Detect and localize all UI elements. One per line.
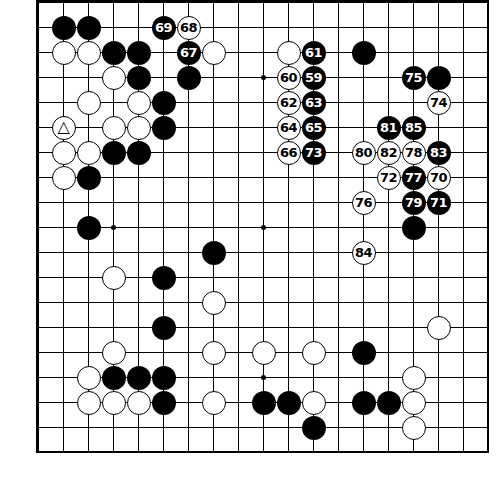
black-stone: [102, 41, 126, 65]
white-stone: [277, 41, 301, 65]
black-stone: [402, 216, 426, 240]
black-stone-move-83: 83: [427, 141, 451, 165]
white-stone: [127, 391, 151, 415]
white-stone-move-70: 70: [427, 166, 451, 190]
black-stone: [202, 241, 226, 265]
star-point: [261, 75, 266, 80]
black-stone-move-67: 67: [177, 41, 201, 65]
white-stone-move-82: 82: [377, 141, 401, 165]
black-stone: [152, 266, 176, 290]
white-stone: [102, 266, 126, 290]
white-stone: [127, 91, 151, 115]
white-stone: [77, 91, 101, 115]
black-stone: [102, 141, 126, 165]
white-stone-move-78: 78: [402, 141, 426, 165]
black-stone-move-59: 59: [302, 66, 326, 90]
white-stone: [102, 116, 126, 140]
white-stone: [77, 41, 101, 65]
white-stone: [202, 291, 226, 315]
white-stone: [77, 366, 101, 390]
white-stone: [127, 116, 151, 140]
white-stone: [302, 391, 326, 415]
black-stone: [52, 16, 76, 40]
go-board: 69686761605975626374△6465818566738082788…: [26, 0, 496, 465]
star-point: [111, 225, 116, 230]
black-stone: [377, 391, 401, 415]
black-stone: [127, 66, 151, 90]
black-stone-move-81: 81: [377, 116, 401, 140]
black-stone: [427, 66, 451, 90]
white-stone: [202, 41, 226, 65]
black-stone: [127, 366, 151, 390]
white-stone: [52, 41, 76, 65]
black-stone-move-71: 71: [427, 191, 451, 215]
black-stone: [152, 116, 176, 140]
white-stone: [402, 391, 426, 415]
white-stone: [302, 341, 326, 365]
white-stone: [402, 416, 426, 440]
white-stone: [52, 141, 76, 165]
white-stone-move-80: 80: [352, 141, 376, 165]
star-point: [261, 375, 266, 380]
black-stone-move-69: 69: [152, 16, 176, 40]
white-stone: [52, 166, 76, 190]
black-stone-move-65: 65: [302, 116, 326, 140]
white-stone: [252, 341, 276, 365]
white-stone: [202, 341, 226, 365]
black-stone: [352, 341, 376, 365]
white-stone-move-62: 62: [277, 91, 301, 115]
black-stone: [77, 216, 101, 240]
black-stone-move-79: 79: [402, 191, 426, 215]
black-stone: [152, 366, 176, 390]
black-stone-move-63: 63: [302, 91, 326, 115]
white-stone: [427, 316, 451, 340]
black-stone: [77, 166, 101, 190]
go-diagram-page: 69686761605975626374△6465818566738082788…: [0, 0, 496, 490]
black-stone: [102, 366, 126, 390]
black-stone: [152, 316, 176, 340]
black-stone: [352, 391, 376, 415]
white-stone: [77, 391, 101, 415]
black-stone-move-77: 77: [402, 166, 426, 190]
black-stone-move-75: 75: [402, 66, 426, 90]
white-stone-triangle-marked: △: [52, 116, 76, 140]
black-stone: [152, 391, 176, 415]
black-stone-move-85: 85: [402, 116, 426, 140]
black-stone: [252, 391, 276, 415]
black-stone: [277, 391, 301, 415]
white-stone: [202, 391, 226, 415]
white-stone: [102, 391, 126, 415]
white-stone-move-64: 64: [277, 116, 301, 140]
white-stone-move-72: 72: [377, 166, 401, 190]
black-stone-move-73: 73: [302, 141, 326, 165]
black-stone: [127, 41, 151, 65]
white-stone-move-74: 74: [427, 91, 451, 115]
black-stone: [77, 16, 101, 40]
white-stone-move-84: 84: [352, 241, 376, 265]
black-stone: [152, 91, 176, 115]
white-stone: [77, 141, 101, 165]
black-stone: [302, 416, 326, 440]
white-stone: [102, 341, 126, 365]
white-stone-move-76: 76: [352, 191, 376, 215]
black-stone: [177, 66, 201, 90]
white-stone-move-66: 66: [277, 141, 301, 165]
white-stone-move-68: 68: [177, 16, 201, 40]
black-stone: [127, 141, 151, 165]
black-stone-move-61: 61: [302, 41, 326, 65]
white-stone: [102, 66, 126, 90]
black-stone: [352, 41, 376, 65]
white-stone: [402, 366, 426, 390]
star-point: [261, 225, 266, 230]
white-stone-move-60: 60: [277, 66, 301, 90]
